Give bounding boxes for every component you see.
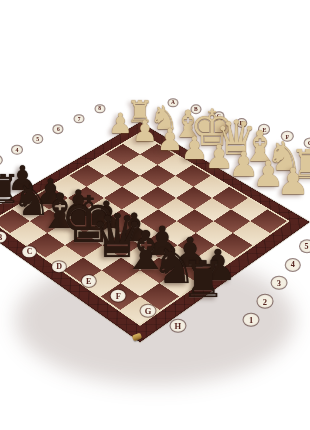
piece-white-queen: ♛ [215, 114, 257, 161]
file-label-F: F [282, 132, 292, 141]
rank-label-4: 4 [12, 145, 22, 153]
file-label-D: D [237, 119, 247, 127]
piece-white-rook: ♜ [290, 144, 310, 184]
file-label-B: B [191, 106, 200, 114]
piece-white-knight: ♞ [266, 136, 302, 176]
rank-label-3: 3 [0, 156, 2, 165]
rank-label-4: 4 [285, 259, 299, 271]
rank-label-5: 5 [300, 241, 310, 253]
file-label-A: A [168, 99, 177, 107]
file-label-E: E [259, 125, 269, 133]
file-label-G: G [305, 138, 310, 147]
rank-label-8: 8 [95, 105, 104, 113]
rank-label-7: 7 [75, 115, 84, 123]
piece-white-king: ♚ [190, 104, 235, 154]
file-label-C: C [214, 112, 223, 120]
piece-white-bishop: ♝ [241, 126, 279, 168]
piece-white-pawn: ♟ [253, 156, 285, 191]
piece-white-pawn: ♟ [277, 164, 310, 200]
chess-set-photo: AABBCCDDEEFFGGHH1122334455667788♜♞♝♛♚♝♞♜… [0, 0, 310, 430]
piece-white-bishop: ♝ [171, 106, 205, 143]
rank-label-5: 5 [33, 135, 43, 143]
rank-label-6: 6 [54, 125, 63, 133]
